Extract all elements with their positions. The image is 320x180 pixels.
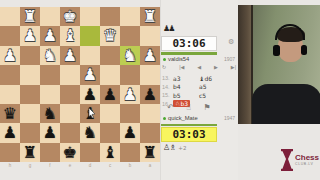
flip-board-icon[interactable]: ↻ <box>162 64 166 70</box>
square-g7[interactable] <box>20 123 40 142</box>
square-h1[interactable] <box>0 7 20 26</box>
square-c1[interactable] <box>100 7 120 26</box>
square-a3[interactable]: ♟ <box>140 46 160 65</box>
square-a7[interactable] <box>140 123 160 142</box>
clock-underline-bottom <box>161 124 217 127</box>
square-b1[interactable] <box>120 7 140 26</box>
move-nav-bar: ↻|◀◀▶▶| <box>162 64 236 70</box>
player-name-bottom[interactable]: quick_Mate <box>168 115 198 121</box>
square-d5[interactable]: ♟ <box>80 85 100 104</box>
square-b4[interactable] <box>120 65 140 84</box>
mouse-cursor-icon <box>88 108 96 118</box>
next-move-icon[interactable]: ▶ <box>214 64 218 70</box>
logo-text: Chess <box>295 154 319 162</box>
square-f2[interactable]: ♟ <box>40 26 60 45</box>
captured-glyphs: ♙♗ <box>163 143 175 152</box>
square-h2[interactable] <box>0 26 20 45</box>
stream-frame: ♜♚♜♟♟♝♛♟♞♟♞♟♟♟♟♟♟♛♞♝♟♟♞♟♜♚♝♜ hgfedcba ♟♟… <box>0 0 320 180</box>
player-rating-bottom: 1947 <box>224 115 235 121</box>
move-white[interactable]: b5 <box>173 92 199 99</box>
square-a5[interactable]: ♟ <box>140 85 160 104</box>
move-number: 14. <box>162 84 173 90</box>
square-d2[interactable] <box>80 26 100 45</box>
first-move-icon[interactable]: |◀ <box>179 64 184 70</box>
streamer-torso <box>252 84 320 124</box>
black-knight-f6[interactable]: ♞ <box>40 104 60 123</box>
clock-underline-top <box>161 52 217 55</box>
square-e1[interactable]: ♚ <box>60 7 80 26</box>
black-bishop-c8[interactable]: ♝ <box>100 143 120 162</box>
black-rook-g8[interactable]: ♜ <box>20 143 40 162</box>
white-pawn-b5[interactable]: ♟ <box>120 85 140 104</box>
captured-pieces-black-player: ♙♗ +2 <box>163 143 186 152</box>
resign-flag-icon[interactable]: ⚑ <box>204 103 211 112</box>
file-label-f: f <box>40 163 60 168</box>
white-pawn-d4[interactable]: ♟ <box>80 65 100 84</box>
move-white[interactable]: b4 <box>173 83 199 90</box>
square-c6[interactable] <box>100 104 120 123</box>
player-name-top[interactable]: valdis54 <box>168 56 189 62</box>
file-label-c: c <box>100 163 120 168</box>
square-f5[interactable] <box>40 85 60 104</box>
headphones-earcup-icon <box>273 45 280 56</box>
square-h7[interactable]: ♟ <box>0 123 20 142</box>
square-c4[interactable] <box>100 65 120 84</box>
square-h5[interactable] <box>0 85 20 104</box>
white-rook-g1[interactable]: ♜ <box>20 7 40 26</box>
black-pawn-b7[interactable]: ♟ <box>120 123 140 142</box>
square-g8[interactable]: ♜ <box>20 143 40 162</box>
gear-icon[interactable]: ⚙ <box>228 38 234 46</box>
square-c5[interactable]: ♟ <box>100 85 120 104</box>
move-number: 13. <box>162 75 173 81</box>
square-e2[interactable]: ♝ <box>60 26 80 45</box>
square-g5[interactable] <box>20 85 40 104</box>
square-a2[interactable] <box>140 26 160 45</box>
file-label-a: a <box>140 163 160 168</box>
square-f3[interactable]: ♞ <box>40 46 60 65</box>
square-b2[interactable] <box>120 26 140 45</box>
white-pawn-h3[interactable]: ♟ <box>0 46 20 65</box>
square-h8[interactable] <box>0 143 20 162</box>
square-b7[interactable]: ♟ <box>120 123 140 142</box>
square-f4[interactable] <box>40 65 60 84</box>
black-pawn-d5[interactable]: ♟ <box>80 85 100 104</box>
file-label-b: b <box>120 163 140 168</box>
channel-logo: Chess CLUB.LV <box>281 149 319 171</box>
room-door <box>238 5 251 124</box>
square-c3[interactable] <box>100 46 120 65</box>
square-e7[interactable] <box>60 123 80 142</box>
square-c8[interactable]: ♝ <box>100 143 120 162</box>
square-c2[interactable]: ♛ <box>100 26 120 45</box>
black-pawn-a5[interactable]: ♟ <box>140 85 160 104</box>
square-e4[interactable] <box>60 65 80 84</box>
white-knight-b3[interactable]: ♞ <box>120 46 140 65</box>
square-e5[interactable] <box>60 85 80 104</box>
square-b8[interactable] <box>120 143 140 162</box>
file-label-d: d <box>80 163 100 168</box>
file-label-g: g <box>20 163 40 168</box>
square-f7[interactable]: ♟ <box>40 123 60 142</box>
chess-board[interactable]: ♜♚♜♟♟♝♛♟♞♟♞♟♟♟♟♟♟♛♞♝♟♟♞♟♜♚♝♜ <box>0 7 160 162</box>
square-d7[interactable]: ♞ <box>80 123 100 142</box>
square-h3[interactable]: ♟ <box>0 46 20 65</box>
black-rook-a8[interactable]: ♜ <box>140 143 160 162</box>
square-g3[interactable] <box>20 46 40 65</box>
square-b5[interactable]: ♟ <box>120 85 140 104</box>
clock-white-player: 03:06 <box>161 36 217 51</box>
move-black[interactable]: c5 <box>199 92 206 99</box>
webcam-video <box>238 5 320 124</box>
move-black[interactable]: ♝d6 <box>199 75 212 82</box>
square-a6[interactable] <box>140 104 160 123</box>
square-e3[interactable]: ♟ <box>60 46 80 65</box>
square-f6[interactable]: ♞ <box>40 104 60 123</box>
last-move-icon[interactable]: ▶| <box>231 64 236 70</box>
move-row: 13.a3♝d6 <box>162 74 238 83</box>
logo-subtext: CLUB.LV <box>295 163 319 167</box>
square-h4[interactable] <box>0 65 20 84</box>
move-black[interactable]: a5 <box>199 83 207 90</box>
player-row-bottom[interactable]: quick_Mate 1947 <box>163 115 237 121</box>
square-e6[interactable] <box>60 104 80 123</box>
game-panel: ♟♟ 03:06 ⚙ valdis54 1907 ↻|◀◀▶▶| 13.a3♝d… <box>160 0 238 180</box>
file-label-e: e <box>60 163 80 168</box>
captured-pieces-white-player: ♟♟ <box>163 24 173 33</box>
square-a1[interactable]: ♜ <box>140 7 160 26</box>
move-row: 15.b5c5 <box>162 91 238 100</box>
square-c7[interactable] <box>100 123 120 142</box>
online-status-icon <box>163 58 166 61</box>
square-b3[interactable]: ♞ <box>120 46 140 65</box>
white-pawn-f2[interactable]: ♟ <box>40 26 60 45</box>
chess-piece-logo-icon <box>281 149 293 171</box>
black-knight-d7[interactable]: ♞ <box>80 123 100 142</box>
square-a4[interactable] <box>140 65 160 84</box>
move-row: 14.b4a5 <box>162 83 238 92</box>
square-f1[interactable] <box>40 7 60 26</box>
square-g4[interactable] <box>20 65 40 84</box>
black-queen-h6[interactable]: ♛ <box>0 104 20 123</box>
white-queen-c2[interactable]: ♛ <box>100 26 120 45</box>
white-pawn-a3[interactable]: ♟ <box>140 46 160 65</box>
square-d8[interactable] <box>80 143 100 162</box>
square-h6[interactable]: ♛ <box>0 104 20 123</box>
black-pawn-c5[interactable]: ♟ <box>100 85 120 104</box>
square-g2[interactable]: ♟ <box>20 26 40 45</box>
square-g1[interactable]: ♜ <box>20 7 40 26</box>
square-d1[interactable] <box>80 7 100 26</box>
player-rating-top: 1907 <box>224 56 235 62</box>
square-a8[interactable]: ♜ <box>140 143 160 162</box>
white-pawn-g2[interactable]: ♟ <box>20 26 40 45</box>
white-rook-a1[interactable]: ♜ <box>140 7 160 26</box>
white-king-e1[interactable]: ♚ <box>60 7 80 26</box>
square-f8[interactable] <box>40 143 60 162</box>
file-label-h: h <box>0 163 20 168</box>
square-d3[interactable] <box>80 46 100 65</box>
black-pawn-h7[interactable]: ♟ <box>0 123 20 142</box>
takeback-icon[interactable]: ↶ <box>167 103 174 112</box>
square-b6[interactable] <box>120 104 140 123</box>
board-file-labels: hgfedcba <box>0 163 160 168</box>
white-bishop-e2[interactable]: ♝ <box>60 26 80 45</box>
material-advantage: +2 <box>178 145 186 151</box>
player-row-top[interactable]: valdis54 1907 <box>163 56 237 62</box>
headphones-earcup-icon <box>301 45 307 55</box>
black-pawn-f7[interactable]: ♟ <box>40 123 60 142</box>
square-g6[interactable] <box>20 104 40 123</box>
white-knight-f3[interactable]: ♞ <box>40 46 60 65</box>
prev-move-icon[interactable]: ◀ <box>197 64 201 70</box>
game-action-bar: ↶☝⚑ <box>161 103 217 112</box>
move-number: 15. <box>162 92 173 98</box>
online-status-icon <box>163 117 166 120</box>
clock-black-player-active: 03:03 <box>161 127 217 142</box>
square-e8[interactable]: ♚ <box>60 143 80 162</box>
headphones-band-icon <box>275 24 305 40</box>
move-white[interactable]: a3 <box>173 75 199 82</box>
draw-offer-icon[interactable]: ☝ <box>186 103 191 112</box>
white-pawn-e3[interactable]: ♟ <box>60 46 80 65</box>
black-king-e8[interactable]: ♚ <box>60 143 80 162</box>
square-d4[interactable]: ♟ <box>80 65 100 84</box>
